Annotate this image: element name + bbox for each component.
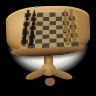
- chess-table-photo: ♜♟♟♜♞♟♟♞♝♟♟♝♛♟♟♛♚♟♟♚♝♟♟♝♞♟♟♞♜♟♟♜: [0, 0, 96, 96]
- chess-piece-p: ♟: [28, 36, 35, 48]
- pieces-layer: ♜♟♟♜♞♟♟♞♝♟♟♝♛♟♟♛♚♟♟♚♝♟♟♝♞♟♟♞♜♟♟♜: [0, 0, 96, 96]
- chess-piece-R: ♜: [72, 34, 79, 46]
- teal-speck: [35, 6, 37, 8]
- chess-piece-P: ♟: [64, 35, 71, 47]
